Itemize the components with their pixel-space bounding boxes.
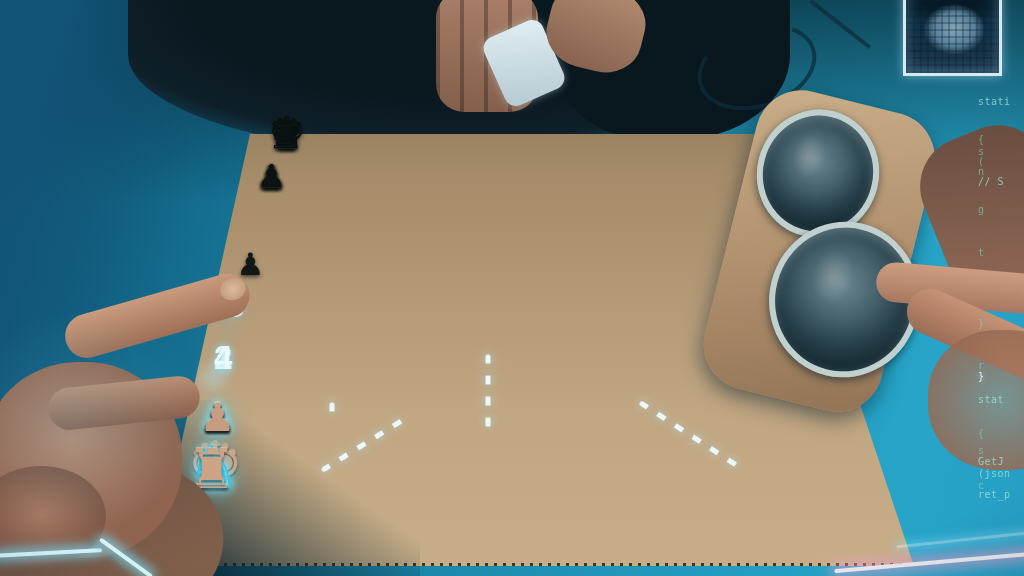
code-line: r — [978, 360, 985, 371]
code-line: ret_p — [978, 489, 1011, 500]
code-overlay-column: stati{s(n// Sgt}r}stat{sGetJ(jsoncret_p — [976, 0, 1024, 576]
ar-chess-scene: ♜♞♝♛♚♝♞♜♟♟♟♟♟♟♟♟3124♟♟♟♟♟♟♟♟♜♞♝♛♚♝♞♜ sta… — [0, 0, 1024, 576]
code-line: s — [978, 445, 985, 456]
code-line: g — [978, 204, 985, 215]
code-line: t — [978, 247, 985, 258]
board-rank-7: ♟♟♟♟♟♟♟ — [258, 188, 763, 230]
board-rank-6 — [248, 230, 781, 276]
board-rank-1: ♜♞♝♛♚♝♞♜ — [187, 493, 877, 560]
board-rank-8: ♜♞♝♛♚♝♞♜ — [268, 150, 746, 188]
code-line: { — [978, 134, 985, 145]
code-line: } — [978, 371, 985, 382]
code-line: } — [978, 318, 985, 329]
code-line: stati — [978, 96, 1011, 107]
code-line: (json — [978, 468, 1011, 479]
board-rank-2: ♟♟♟♟♟♟♟♟ — [200, 433, 856, 493]
code-line: GetJ — [978, 456, 1004, 467]
code-line: { — [978, 428, 985, 439]
code-line: // S — [978, 176, 1004, 187]
code-line: stat — [978, 394, 1004, 405]
